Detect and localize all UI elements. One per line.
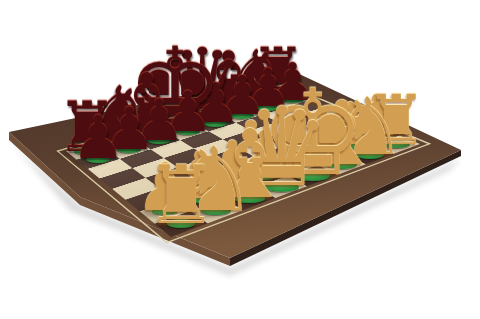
rook-glyph: ♜	[145, 155, 217, 236]
pawn-glyph: ♟	[71, 109, 124, 168]
chess-photo-stage: ♜♟♞♟♝♟♛♟♚♟♝♟♟♞♜♟♟♜♞♟♟♝♟♚♟♛♟♝♟♞♟♜	[0, 0, 480, 319]
